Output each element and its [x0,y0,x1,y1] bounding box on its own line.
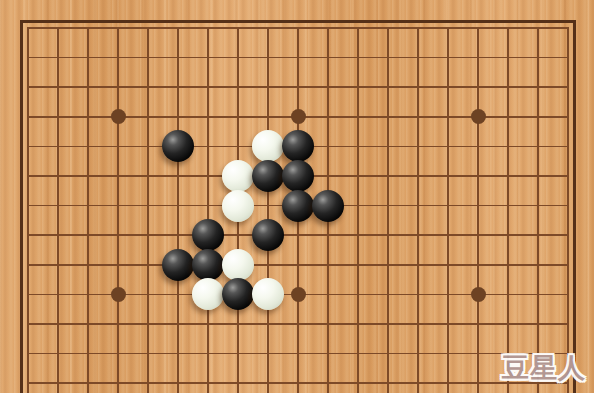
grid-line-h-13 [27,382,569,384]
grid-line-v-19 [567,27,569,393]
star-point [111,287,126,302]
stone-white-j10[interactable]: ○ [252,278,284,310]
grid-line-v-15 [447,27,449,393]
grid-line-v-17 [507,27,509,393]
grid-line-v-7 [207,27,209,393]
star-point [111,109,126,124]
watermark: 豆星人 [502,350,586,386]
stone-black-k15[interactable]: ● [282,130,314,162]
grid-line-h-11 [27,323,569,325]
grid-line-v-6 [177,27,179,393]
star-point [471,287,486,302]
grid-line-h-1 [27,27,569,29]
stone-white-h14[interactable]: ○ [222,160,254,192]
grid-line-v-5 [147,27,149,393]
grid-line-v-13 [387,27,389,393]
stone-white-h13[interactable]: ○ [222,190,254,222]
stone-black-l13[interactable]: ● [312,190,344,222]
grid-line-v-14 [417,27,419,393]
grid-line-h-8 [27,234,569,236]
grid-line-h-9 [27,264,569,266]
stone-black-j12[interactable]: ● [252,219,284,251]
stone-black-g11[interactable]: ● [192,249,224,281]
stone-black-j14[interactable]: ● [252,160,284,192]
stone-black-k14[interactable]: ● [282,160,314,192]
grid-line-h-3 [27,86,569,88]
grid-line-h-2 [27,57,569,59]
stone-black-f11[interactable]: ● [162,249,194,281]
grid-line-v-2 [57,27,59,393]
grid-line-v-3 [87,27,89,393]
grid-line-v-18 [537,27,539,393]
grid-line-h-12 [27,353,569,355]
stone-black-f15[interactable]: ● [162,130,194,162]
grid-line-v-1 [27,27,29,393]
stone-black-h10[interactable]: ● [222,278,254,310]
grid-line-v-9 [267,27,269,393]
star-point [471,109,486,124]
stone-white-j15[interactable]: ○ [252,130,284,162]
star-point [291,287,306,302]
grid-line-v-4 [117,27,119,393]
stone-white-h11[interactable]: ○ [222,249,254,281]
star-point [291,109,306,124]
grid-line-v-12 [357,27,359,393]
stone-black-g12[interactable]: ● [192,219,224,251]
stone-black-k13[interactable]: ● [282,190,314,222]
grid-line-v-16 [477,27,479,393]
stone-white-g10[interactable]: ○ [192,278,224,310]
go-board-image: ●○●○●●○●●●●●●○○●○ 豆星人 [0,0,594,393]
